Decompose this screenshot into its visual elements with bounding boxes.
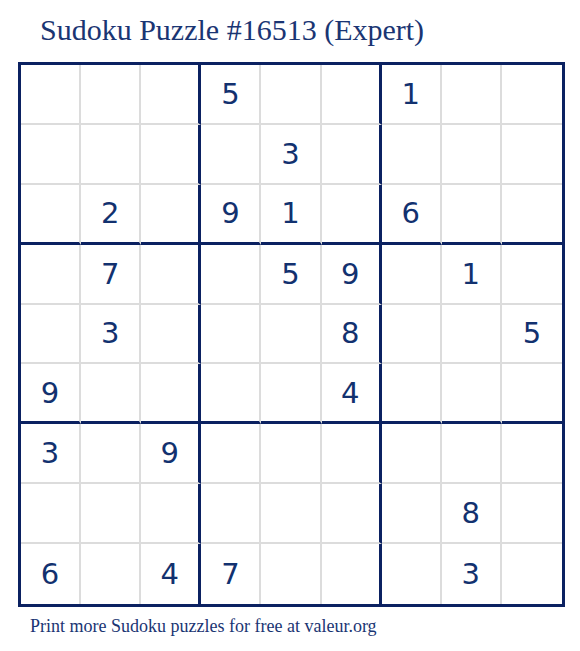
cell-r4c5: 5 <box>261 245 321 305</box>
cell-r9c4: 7 <box>201 544 261 604</box>
cell-r2c2 <box>81 125 141 185</box>
cell-r8c5 <box>261 484 321 544</box>
cell-r2c1 <box>21 125 81 185</box>
sudoku-page: Sudoku Puzzle #16513 (Expert) 5132916759… <box>0 0 580 651</box>
cell-r6c9 <box>502 364 562 424</box>
cell-r7c9 <box>502 424 562 484</box>
cell-r6c1: 9 <box>21 364 81 424</box>
sudoku-grid: 51329167591385943986473 <box>18 62 565 607</box>
cell-r1c8 <box>442 65 502 125</box>
cell-r5c4 <box>201 305 261 365</box>
cell-r5c6: 8 <box>322 305 382 365</box>
cell-r9c3: 4 <box>141 544 201 604</box>
cell-r1c4: 5 <box>201 65 261 125</box>
cell-r1c6 <box>322 65 382 125</box>
cell-r5c5 <box>261 305 321 365</box>
cell-r3c9 <box>502 185 562 245</box>
cell-r8c3 <box>141 484 201 544</box>
cell-r6c4 <box>201 364 261 424</box>
cell-r8c6 <box>322 484 382 544</box>
cell-r7c8 <box>442 424 502 484</box>
cell-r5c8 <box>442 305 502 365</box>
cell-r1c5 <box>261 65 321 125</box>
cell-r5c7 <box>382 305 442 365</box>
cell-r3c5: 1 <box>261 185 321 245</box>
cell-r1c9 <box>502 65 562 125</box>
cell-r7c4 <box>201 424 261 484</box>
cell-r7c7 <box>382 424 442 484</box>
cell-r9c2 <box>81 544 141 604</box>
cell-r4c6: 9 <box>322 245 382 305</box>
cell-r4c3 <box>141 245 201 305</box>
cell-r9c6 <box>322 544 382 604</box>
cell-r9c1: 6 <box>21 544 81 604</box>
cell-r3c1 <box>21 185 81 245</box>
footer-text: Print more Sudoku puzzles for free at va… <box>30 614 377 638</box>
cell-r4c1 <box>21 245 81 305</box>
cell-r4c2: 7 <box>81 245 141 305</box>
cell-r6c3 <box>141 364 201 424</box>
cell-r6c6: 4 <box>322 364 382 424</box>
cell-r1c1 <box>21 65 81 125</box>
cell-r7c6 <box>322 424 382 484</box>
cell-r4c4 <box>201 245 261 305</box>
cell-r8c2 <box>81 484 141 544</box>
cell-r2c8 <box>442 125 502 185</box>
cell-r2c3 <box>141 125 201 185</box>
cell-r3c2: 2 <box>81 185 141 245</box>
cell-r9c7 <box>382 544 442 604</box>
cell-r5c9: 5 <box>502 305 562 365</box>
page-title: Sudoku Puzzle #16513 (Expert) <box>40 12 424 48</box>
cell-r6c5 <box>261 364 321 424</box>
cell-r2c5: 3 <box>261 125 321 185</box>
cell-r1c2 <box>81 65 141 125</box>
cell-r2c6 <box>322 125 382 185</box>
cell-r9c9 <box>502 544 562 604</box>
cell-r2c4 <box>201 125 261 185</box>
cell-r6c7 <box>382 364 442 424</box>
cell-r8c8: 8 <box>442 484 502 544</box>
cell-r3c4: 9 <box>201 185 261 245</box>
cell-r8c4 <box>201 484 261 544</box>
cell-r7c1: 3 <box>21 424 81 484</box>
cell-r6c8 <box>442 364 502 424</box>
cell-r8c7 <box>382 484 442 544</box>
cell-r7c3: 9 <box>141 424 201 484</box>
cell-r6c2 <box>81 364 141 424</box>
cell-r4c8: 1 <box>442 245 502 305</box>
cell-r5c2: 3 <box>81 305 141 365</box>
cell-r2c9 <box>502 125 562 185</box>
cell-r4c7 <box>382 245 442 305</box>
cell-r4c9 <box>502 245 562 305</box>
cell-r7c2 <box>81 424 141 484</box>
cell-r3c3 <box>141 185 201 245</box>
cell-r1c7: 1 <box>382 65 442 125</box>
cell-r8c9 <box>502 484 562 544</box>
cell-r3c7: 6 <box>382 185 442 245</box>
cell-r2c7 <box>382 125 442 185</box>
cell-r9c8: 3 <box>442 544 502 604</box>
cell-r5c1 <box>21 305 81 365</box>
cell-r8c1 <box>21 484 81 544</box>
cell-r7c5 <box>261 424 321 484</box>
cell-r1c3 <box>141 65 201 125</box>
cell-r9c5 <box>261 544 321 604</box>
cell-r3c8 <box>442 185 502 245</box>
cell-r5c3 <box>141 305 201 365</box>
cell-r3c6 <box>322 185 382 245</box>
